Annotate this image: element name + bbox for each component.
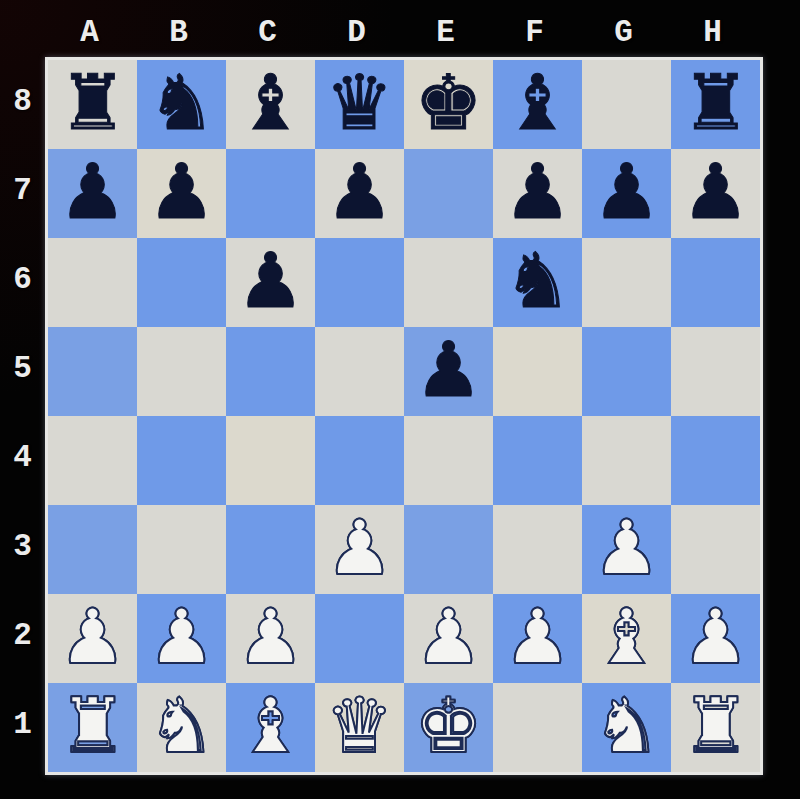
square-c3[interactable] bbox=[226, 505, 315, 594]
piece-black-bishop-f8[interactable]: ♝ bbox=[503, 65, 571, 141]
square-f4[interactable] bbox=[493, 416, 582, 505]
square-h7[interactable]: ♟ bbox=[671, 149, 760, 238]
square-e6[interactable] bbox=[404, 238, 493, 327]
square-a7[interactable]: ♟ bbox=[48, 149, 137, 238]
piece-black-pawn-a7[interactable]: ♟ bbox=[58, 154, 126, 230]
square-e8[interactable]: ♚ bbox=[404, 60, 493, 149]
square-b6[interactable] bbox=[137, 238, 226, 327]
square-e3[interactable] bbox=[404, 505, 493, 594]
square-c7[interactable] bbox=[226, 149, 315, 238]
piece-black-pawn-b7[interactable]: ♟ bbox=[147, 154, 215, 230]
piece-white-rook-a1[interactable]: ♜ bbox=[58, 688, 126, 764]
piece-white-pawn-a2[interactable]: ♟ bbox=[58, 599, 126, 675]
square-f3[interactable] bbox=[493, 505, 582, 594]
square-g3[interactable]: ♟ bbox=[582, 505, 671, 594]
rank-label-3: 3 bbox=[0, 502, 45, 591]
piece-black-pawn-g7[interactable]: ♟ bbox=[592, 154, 660, 230]
square-g8[interactable] bbox=[582, 60, 671, 149]
square-e2[interactable]: ♟ bbox=[404, 594, 493, 683]
square-a6[interactable] bbox=[48, 238, 137, 327]
square-f1[interactable] bbox=[493, 683, 582, 772]
square-b8[interactable]: ♞ bbox=[137, 60, 226, 149]
square-g1[interactable]: ♞ bbox=[582, 683, 671, 772]
square-d4[interactable] bbox=[315, 416, 404, 505]
square-f2[interactable]: ♟ bbox=[493, 594, 582, 683]
square-e7[interactable] bbox=[404, 149, 493, 238]
rank-label-7: 7 bbox=[0, 146, 45, 235]
piece-black-rook-a8[interactable]: ♜ bbox=[58, 65, 126, 141]
rank-label-1: 1 bbox=[0, 680, 45, 769]
piece-white-pawn-h2[interactable]: ♟ bbox=[681, 599, 749, 675]
square-b5[interactable] bbox=[137, 327, 226, 416]
piece-white-bishop-c1[interactable]: ♝ bbox=[236, 688, 304, 764]
file-labels: ABCDEFGH bbox=[45, 10, 757, 54]
square-h6[interactable] bbox=[671, 238, 760, 327]
square-h2[interactable]: ♟ bbox=[671, 594, 760, 683]
rank-label-5: 5 bbox=[0, 324, 45, 413]
square-d1[interactable]: ♛ bbox=[315, 683, 404, 772]
square-h1[interactable]: ♜ bbox=[671, 683, 760, 772]
square-b1[interactable]: ♞ bbox=[137, 683, 226, 772]
square-d7[interactable]: ♟ bbox=[315, 149, 404, 238]
file-label-d: D bbox=[312, 10, 401, 54]
piece-black-king-e8[interactable]: ♚ bbox=[414, 65, 482, 141]
square-f8[interactable]: ♝ bbox=[493, 60, 582, 149]
file-label-a: A bbox=[45, 10, 134, 54]
square-d2[interactable] bbox=[315, 594, 404, 683]
square-b3[interactable] bbox=[137, 505, 226, 594]
square-g5[interactable] bbox=[582, 327, 671, 416]
piece-black-queen-d8[interactable]: ♛ bbox=[325, 65, 393, 141]
piece-black-bishop-c8[interactable]: ♝ bbox=[236, 65, 304, 141]
piece-white-king-e1[interactable]: ♚ bbox=[414, 688, 482, 764]
piece-white-pawn-f2[interactable]: ♟ bbox=[503, 599, 571, 675]
rank-label-8: 8 bbox=[0, 57, 45, 146]
square-a8[interactable]: ♜ bbox=[48, 60, 137, 149]
square-f5[interactable] bbox=[493, 327, 582, 416]
chess-program-screen: ABCDEFGH 87654321 ♜♞♝♛♚♝♜♟♟♟♟♟♟♟♞♟♟♟♟♟♟♟… bbox=[0, 0, 800, 799]
square-a1[interactable]: ♜ bbox=[48, 683, 137, 772]
square-e1[interactable]: ♚ bbox=[404, 683, 493, 772]
square-g2[interactable]: ♝ bbox=[582, 594, 671, 683]
piece-black-pawn-d7[interactable]: ♟ bbox=[325, 154, 393, 230]
square-a3[interactable] bbox=[48, 505, 137, 594]
file-label-g: G bbox=[579, 10, 668, 54]
square-e4[interactable] bbox=[404, 416, 493, 505]
piece-black-pawn-h7[interactable]: ♟ bbox=[681, 154, 749, 230]
square-a4[interactable] bbox=[48, 416, 137, 505]
piece-white-knight-g1[interactable]: ♞ bbox=[592, 688, 660, 764]
square-h3[interactable] bbox=[671, 505, 760, 594]
file-label-f: F bbox=[490, 10, 579, 54]
square-h4[interactable] bbox=[671, 416, 760, 505]
piece-black-pawn-f7[interactable]: ♟ bbox=[503, 154, 571, 230]
file-label-c: C bbox=[223, 10, 312, 54]
piece-white-bishop-g2[interactable]: ♝ bbox=[592, 599, 660, 675]
piece-white-pawn-g3[interactable]: ♟ bbox=[592, 510, 660, 586]
square-d5[interactable] bbox=[315, 327, 404, 416]
square-c8[interactable]: ♝ bbox=[226, 60, 315, 149]
square-a5[interactable] bbox=[48, 327, 137, 416]
square-c6[interactable]: ♟ bbox=[226, 238, 315, 327]
square-c2[interactable]: ♟ bbox=[226, 594, 315, 683]
square-b2[interactable]: ♟ bbox=[137, 594, 226, 683]
square-c4[interactable] bbox=[226, 416, 315, 505]
square-f7[interactable]: ♟ bbox=[493, 149, 582, 238]
square-d6[interactable] bbox=[315, 238, 404, 327]
piece-white-pawn-e2[interactable]: ♟ bbox=[414, 599, 482, 675]
square-f6[interactable]: ♞ bbox=[493, 238, 582, 327]
square-g7[interactable]: ♟ bbox=[582, 149, 671, 238]
piece-black-pawn-c6[interactable]: ♟ bbox=[236, 243, 304, 319]
file-label-e: E bbox=[401, 10, 490, 54]
square-c5[interactable] bbox=[226, 327, 315, 416]
piece-white-queen-d1[interactable]: ♛ bbox=[325, 688, 393, 764]
piece-black-knight-f6[interactable]: ♞ bbox=[503, 243, 571, 319]
rank-label-6: 6 bbox=[0, 235, 45, 324]
file-label-b: B bbox=[134, 10, 223, 54]
square-c1[interactable]: ♝ bbox=[226, 683, 315, 772]
square-d8[interactable]: ♛ bbox=[315, 60, 404, 149]
rank-label-2: 2 bbox=[0, 591, 45, 680]
piece-white-pawn-b2[interactable]: ♟ bbox=[147, 599, 215, 675]
piece-black-pawn-e5[interactable]: ♟ bbox=[414, 332, 482, 408]
board: ♜♞♝♛♚♝♜♟♟♟♟♟♟♟♞♟♟♟♟♟♟♟♟♝♟♜♞♝♛♚♞♜ bbox=[45, 57, 763, 775]
square-h8[interactable]: ♜ bbox=[671, 60, 760, 149]
piece-white-pawn-d3[interactable]: ♟ bbox=[325, 510, 393, 586]
piece-white-pawn-c2[interactable]: ♟ bbox=[236, 599, 304, 675]
square-g4[interactable] bbox=[582, 416, 671, 505]
square-h5[interactable] bbox=[671, 327, 760, 416]
piece-white-knight-b1[interactable]: ♞ bbox=[147, 688, 215, 764]
piece-black-knight-b8[interactable]: ♞ bbox=[147, 65, 215, 141]
file-label-h: H bbox=[668, 10, 757, 54]
square-a2[interactable]: ♟ bbox=[48, 594, 137, 683]
square-d3[interactable]: ♟ bbox=[315, 505, 404, 594]
piece-black-rook-h8[interactable]: ♜ bbox=[681, 65, 749, 141]
rank-labels: 87654321 bbox=[0, 57, 45, 769]
square-g6[interactable] bbox=[582, 238, 671, 327]
piece-white-rook-h1[interactable]: ♜ bbox=[681, 688, 749, 764]
square-b7[interactable]: ♟ bbox=[137, 149, 226, 238]
rank-label-4: 4 bbox=[0, 413, 45, 502]
square-e5[interactable]: ♟ bbox=[404, 327, 493, 416]
square-b4[interactable] bbox=[137, 416, 226, 505]
